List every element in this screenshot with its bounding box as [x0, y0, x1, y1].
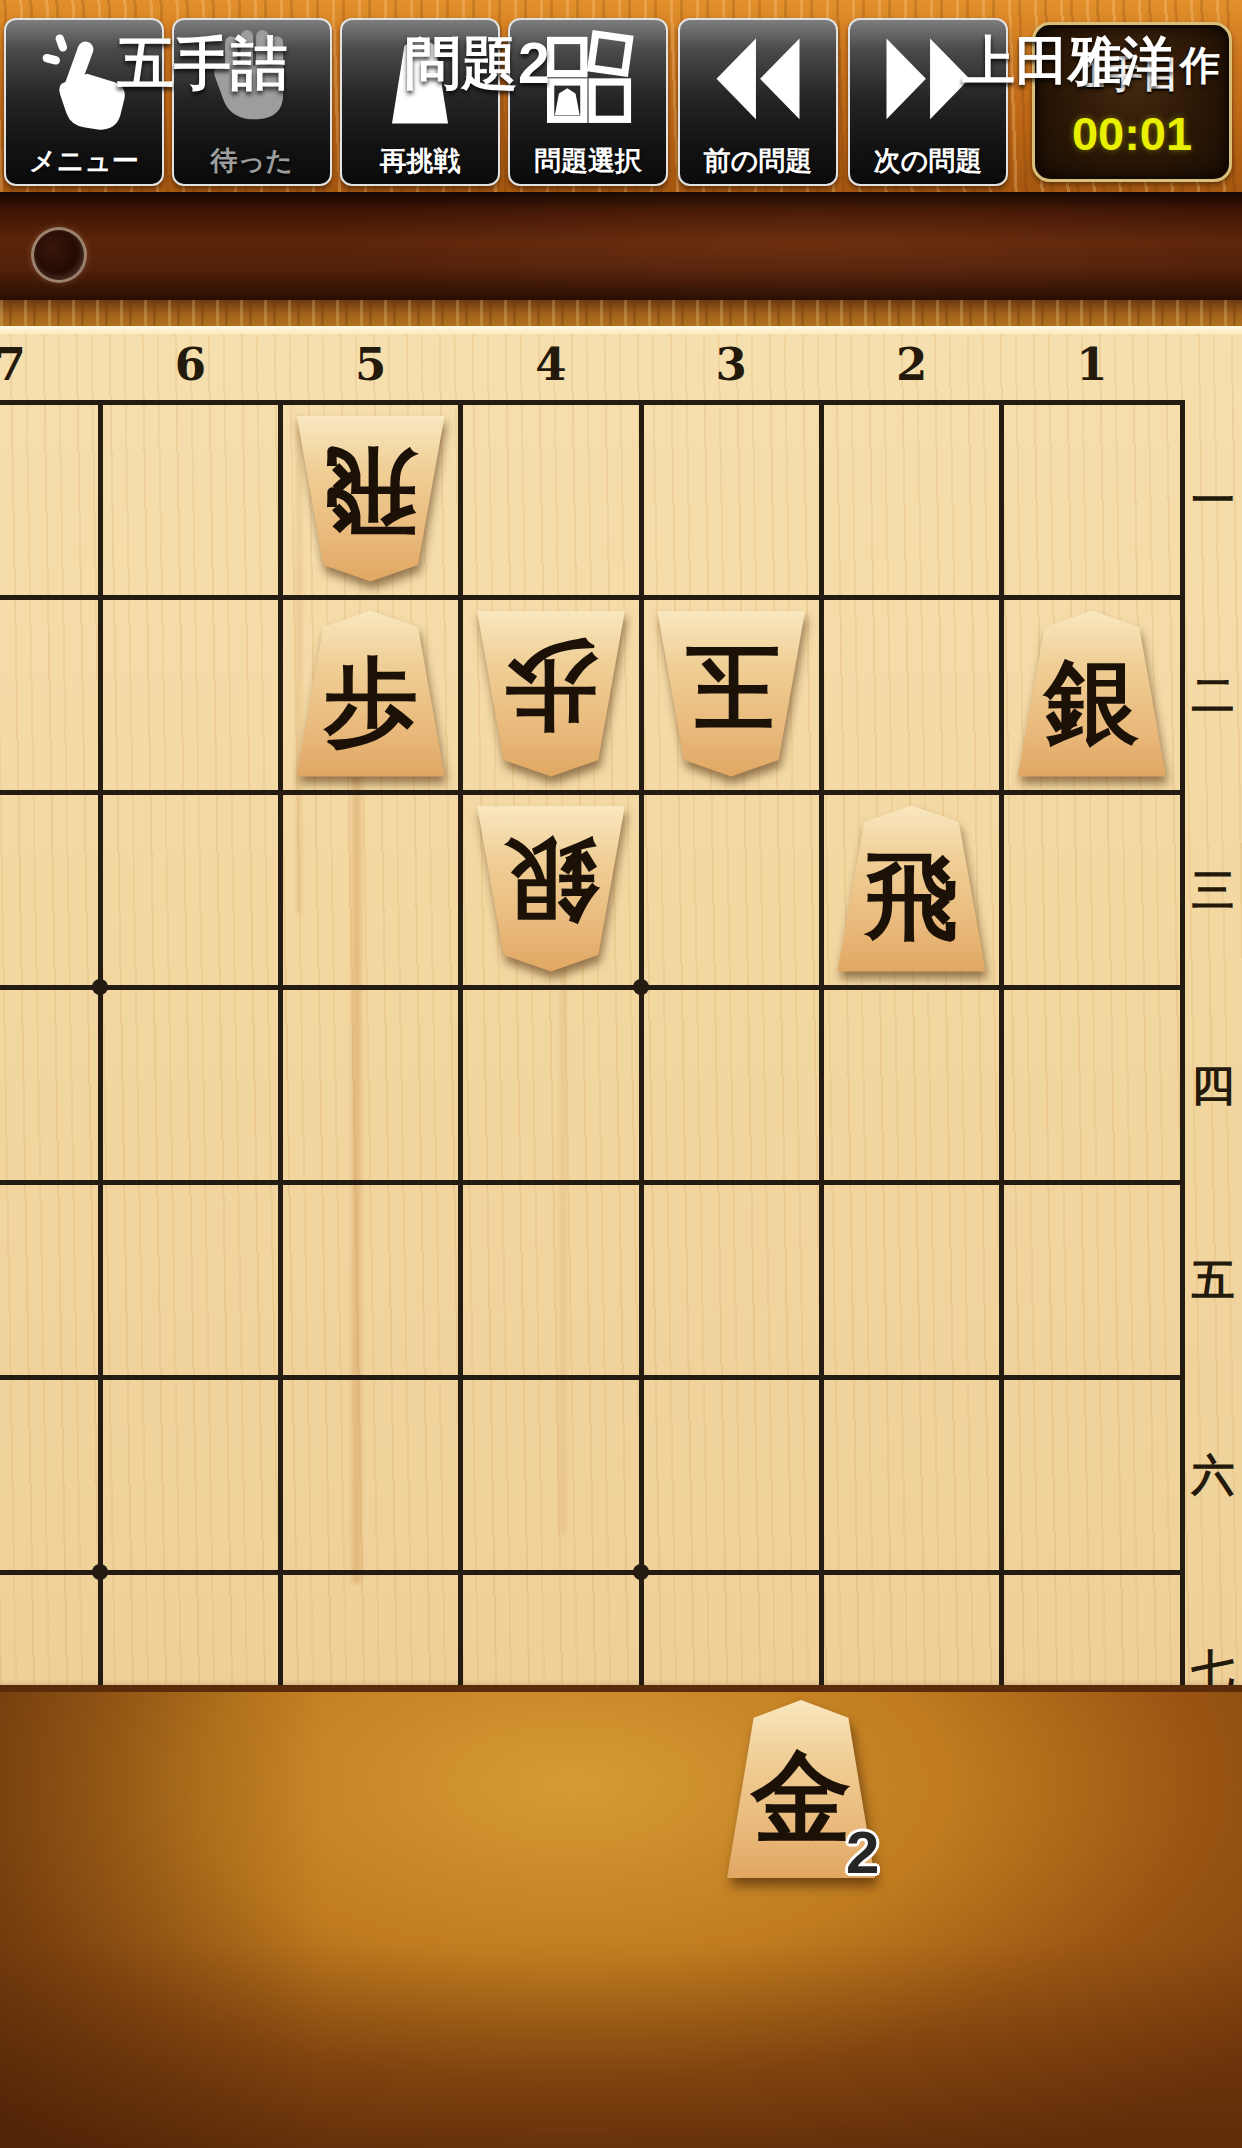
piece-kanji: 玉: [684, 639, 778, 733]
rank-label: 一: [1184, 472, 1242, 528]
puzzle-category: 五手詰: [117, 26, 288, 103]
rank-label: 六: [1184, 1447, 1242, 1503]
title-bar: [0, 192, 1242, 300]
previous-problem-button-label: 前の問題: [680, 143, 836, 179]
shogi-piece-32[interactable]: 玉: [657, 611, 805, 777]
shogi-piece-42[interactable]: 歩: [477, 611, 625, 777]
grid-rank-line: [0, 400, 1185, 405]
rank-label-strip: 一二三四五六七: [1184, 334, 1242, 1685]
piece-kanji: 金: [751, 1747, 851, 1847]
previous-problem-button[interactable]: 前の問題: [678, 18, 838, 186]
retry-button-label: 再挑戦: [342, 143, 498, 179]
piece-kanji: 飛: [324, 444, 418, 538]
file-label: 6: [150, 336, 230, 394]
shogi-piece-23[interactable]: 飛: [838, 806, 986, 972]
record-circle-icon: [31, 227, 87, 283]
file-label: 7: [0, 336, 50, 394]
piece-body: 銀: [1018, 611, 1166, 777]
problem-select-button-label: 問題選択: [510, 143, 666, 179]
grid-rank-line: [0, 1180, 1185, 1185]
piece-body: 銀: [477, 806, 625, 972]
author-name: 上田雅洋: [962, 26, 1174, 98]
board-bottom-edge: [0, 1685, 1242, 1692]
grid-rank-line: [0, 1375, 1185, 1380]
elapsed-time: 00:01: [1035, 106, 1229, 161]
grid-rank-line: [0, 790, 1185, 795]
problem-number: 問題2: [404, 26, 550, 103]
piece-kanji: 歩: [324, 655, 418, 749]
file-label: 4: [511, 336, 591, 394]
rank-label: 二: [1184, 667, 1242, 723]
wood-grain: [352, 634, 361, 1584]
shogi-piece-12[interactable]: 銀: [1018, 611, 1166, 777]
shogi-board[interactable]: [0, 334, 1242, 1685]
shogi-piece-43[interactable]: 銀: [477, 806, 625, 972]
rewind-icon: [708, 28, 808, 138]
piece-body: 飛: [297, 416, 445, 582]
file-label: 2: [872, 336, 952, 394]
grid-rank-line: [0, 985, 1185, 990]
menu-button-label: メニュー: [6, 143, 162, 179]
rank-label: 七: [1184, 1642, 1242, 1686]
rank-label: 四: [1184, 1057, 1242, 1113]
piece-kanji: 銀: [504, 834, 598, 928]
piece-kanji: 歩: [504, 639, 598, 733]
grid-rank-line: [0, 1570, 1185, 1575]
hand-piece-count: 2: [846, 1818, 879, 1887]
rank-label: 三: [1184, 862, 1242, 918]
grid-select-icon: [538, 28, 638, 138]
undo-button-label: 待った: [174, 143, 330, 179]
piece-body: 玉: [657, 611, 805, 777]
grid-rank-line: [0, 595, 1185, 600]
file-label: 3: [691, 336, 771, 394]
piece-body: 飛: [838, 806, 986, 972]
rank-label: 五: [1184, 1252, 1242, 1308]
file-label: 1: [1052, 336, 1132, 394]
piece-kanji: 飛: [865, 850, 959, 944]
author-suffix: 作: [1180, 38, 1220, 93]
star-point: [633, 1564, 649, 1580]
board-bevel-highlight: [0, 326, 1242, 334]
star-point: [633, 979, 649, 995]
piece-body: 歩: [297, 611, 445, 777]
sente-hand-area: [0, 1692, 1242, 2148]
file-label: 5: [331, 336, 411, 394]
board-top-edge: [0, 300, 1242, 328]
piece-kanji: 銀: [1045, 655, 1139, 749]
shogi-piece-51[interactable]: 飛: [297, 416, 445, 582]
shogi-piece-52[interactable]: 歩: [297, 611, 445, 777]
shogi-app-screen: メニュー 待った 再挑戦 問: [0, 0, 1242, 2148]
next-problem-button-label: 次の問題: [850, 143, 1006, 179]
piece-body: 歩: [477, 611, 625, 777]
